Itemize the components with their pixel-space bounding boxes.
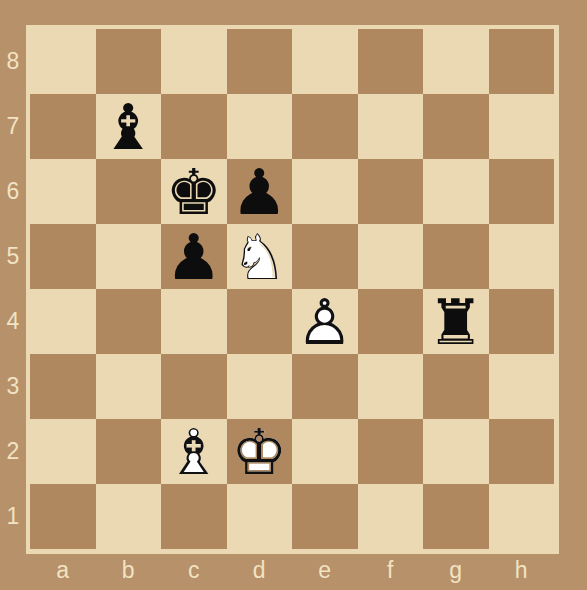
rank-label-7: 7 (0, 94, 26, 159)
piece-glyph: ♚♔ (231, 421, 287, 484)
square-f5[interactable] (358, 224, 424, 289)
square-g4[interactable]: ♜ (423, 289, 489, 354)
square-e1[interactable] (292, 484, 358, 549)
square-d1[interactable] (227, 484, 293, 549)
rank-label-1: 1 (0, 484, 26, 549)
black-pawn[interactable]: ♟ (161, 225, 227, 290)
square-f8[interactable] (358, 29, 424, 94)
square-e5[interactable] (292, 224, 358, 289)
piece-glyph: ♞♘ (231, 226, 287, 289)
square-g7[interactable] (423, 94, 489, 159)
square-a3[interactable] (30, 354, 96, 419)
square-b7[interactable]: ♝ (96, 94, 162, 159)
square-b4[interactable] (96, 289, 162, 354)
square-c2[interactable]: ♝♗ (161, 419, 227, 484)
square-a8[interactable] (30, 29, 96, 94)
square-e4[interactable]: ♟♙ (292, 289, 358, 354)
file-label-b: b (96, 553, 162, 587)
piece-glyph: ♟ (231, 161, 287, 224)
rank-label-6: 6 (0, 159, 26, 224)
square-a5[interactable] (30, 224, 96, 289)
square-d8[interactable] (227, 29, 293, 94)
rank-label-3: 3 (0, 354, 26, 419)
file-label-g: g (423, 553, 489, 587)
square-a1[interactable] (30, 484, 96, 549)
square-d7[interactable] (227, 94, 293, 159)
square-a2[interactable] (30, 419, 96, 484)
square-d6[interactable]: ♟ (227, 159, 293, 224)
piece-glyph: ♝♗ (166, 421, 222, 484)
square-g3[interactable] (423, 354, 489, 419)
rank-label-8: 8 (0, 29, 26, 94)
square-a7[interactable] (30, 94, 96, 159)
file-label-d: d (227, 553, 293, 587)
square-e8[interactable] (292, 29, 358, 94)
piece-glyph: ♜ (428, 291, 484, 354)
piece-glyph: ♟ (166, 226, 222, 289)
square-a6[interactable] (30, 159, 96, 224)
white-knight[interactable]: ♞♘ (227, 225, 293, 290)
white-piece-outline-layer: ♘ (231, 221, 287, 294)
square-h5[interactable] (489, 224, 555, 289)
file-label-a: a (30, 553, 96, 587)
square-b1[interactable] (96, 484, 162, 549)
rank-label-4: 4 (0, 289, 26, 354)
square-f1[interactable] (358, 484, 424, 549)
file-label-f: f (358, 553, 424, 587)
square-h2[interactable] (489, 419, 555, 484)
black-pawn[interactable]: ♟ (227, 160, 293, 225)
square-b6[interactable] (96, 159, 162, 224)
square-d2[interactable]: ♚♔ (227, 419, 293, 484)
square-h7[interactable] (489, 94, 555, 159)
rank-labels: 87654321 (0, 29, 26, 549)
square-a4[interactable] (30, 289, 96, 354)
white-pawn[interactable]: ♟♙ (292, 290, 358, 355)
square-c8[interactable] (161, 29, 227, 94)
square-g6[interactable] (423, 159, 489, 224)
square-b2[interactable] (96, 419, 162, 484)
square-e3[interactable] (292, 354, 358, 419)
chessboard-scene: 87654321 abcdefgh ♝♚♟♟♞♘♟♙♜♝♗♚♔ (0, 0, 587, 590)
black-king[interactable]: ♚ (161, 160, 227, 225)
square-f4[interactable] (358, 289, 424, 354)
file-label-e: e (292, 553, 358, 587)
chess-board: ♝♚♟♟♞♘♟♙♜♝♗♚♔ (30, 29, 554, 549)
square-g8[interactable] (423, 29, 489, 94)
square-e7[interactable] (292, 94, 358, 159)
rank-label-2: 2 (0, 419, 26, 484)
square-c7[interactable] (161, 94, 227, 159)
white-piece-outline-layer: ♙ (297, 286, 353, 359)
square-c3[interactable] (161, 354, 227, 419)
piece-glyph: ♝ (100, 96, 156, 159)
square-f7[interactable] (358, 94, 424, 159)
black-rook[interactable]: ♜ (423, 290, 489, 355)
square-g5[interactable] (423, 224, 489, 289)
square-e2[interactable] (292, 419, 358, 484)
file-labels: abcdefgh (30, 553, 554, 587)
square-g1[interactable] (423, 484, 489, 549)
black-bishop[interactable]: ♝ (96, 95, 162, 160)
file-label-h: h (489, 553, 555, 587)
rank-label-5: 5 (0, 224, 26, 289)
square-h8[interactable] (489, 29, 555, 94)
piece-glyph: ♟♙ (297, 291, 353, 354)
square-f6[interactable] (358, 159, 424, 224)
board-frame: ♝♚♟♟♞♘♟♙♜♝♗♚♔ (26, 25, 559, 554)
square-f2[interactable] (358, 419, 424, 484)
square-h3[interactable] (489, 354, 555, 419)
white-king[interactable]: ♚♔ (227, 420, 293, 485)
square-b3[interactable] (96, 354, 162, 419)
square-b5[interactable] (96, 224, 162, 289)
square-f3[interactable] (358, 354, 424, 419)
square-d5[interactable]: ♞♘ (227, 224, 293, 289)
file-label-c: c (161, 553, 227, 587)
square-h6[interactable] (489, 159, 555, 224)
square-e6[interactable] (292, 159, 358, 224)
white-piece-outline-layer: ♔ (231, 416, 287, 489)
square-b8[interactable] (96, 29, 162, 94)
piece-glyph: ♚ (166, 161, 222, 224)
square-c6[interactable]: ♚ (161, 159, 227, 224)
white-piece-outline-layer: ♗ (166, 416, 222, 489)
square-d3[interactable] (227, 354, 293, 419)
square-g2[interactable] (423, 419, 489, 484)
square-c1[interactable] (161, 484, 227, 549)
square-h4[interactable] (489, 289, 555, 354)
white-bishop[interactable]: ♝♗ (161, 420, 227, 485)
square-c5[interactable]: ♟ (161, 224, 227, 289)
square-h1[interactable] (489, 484, 555, 549)
square-d4[interactable] (227, 289, 293, 354)
square-c4[interactable] (161, 289, 227, 354)
